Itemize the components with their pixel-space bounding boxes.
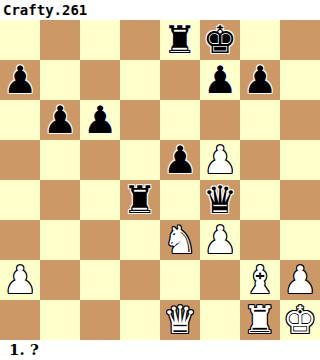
white-rook[interactable]: ♜: [243, 300, 277, 340]
white-pawn[interactable]: ♟: [3, 260, 37, 300]
square-h7[interactable]: [280, 60, 320, 100]
square-f7[interactable]: ♟: [200, 60, 240, 100]
square-c8[interactable]: [80, 20, 120, 60]
square-a5[interactable]: [0, 140, 40, 180]
square-c4[interactable]: [80, 180, 120, 220]
square-h4[interactable]: [280, 180, 320, 220]
square-e5[interactable]: ♟: [160, 140, 200, 180]
black-pawn[interactable]: ♟: [163, 140, 197, 180]
square-a2[interactable]: ♟: [0, 260, 40, 300]
black-pawn[interactable]: ♟: [43, 100, 77, 140]
square-e7[interactable]: [160, 60, 200, 100]
square-f4[interactable]: ♛: [200, 180, 240, 220]
status-bar: 1. ?: [0, 340, 320, 360]
white-knight[interactable]: ♞: [163, 220, 197, 260]
square-g3[interactable]: [240, 220, 280, 260]
square-d4[interactable]: ♜: [120, 180, 160, 220]
square-c5[interactable]: [80, 140, 120, 180]
square-d5[interactable]: [120, 140, 160, 180]
white-queen[interactable]: ♛: [163, 300, 197, 340]
square-b7[interactable]: [40, 60, 80, 100]
black-queen[interactable]: ♛: [203, 180, 237, 220]
square-b1[interactable]: [40, 300, 80, 340]
move-prompt: 1. ?: [0, 341, 39, 359]
square-d3[interactable]: [120, 220, 160, 260]
square-d2[interactable]: [120, 260, 160, 300]
square-g2[interactable]: ♝: [240, 260, 280, 300]
window-title: Crafty.261: [0, 2, 87, 18]
square-h2[interactable]: ♟: [280, 260, 320, 300]
square-f8[interactable]: ♚: [200, 20, 240, 60]
square-e2[interactable]: [160, 260, 200, 300]
square-b5[interactable]: [40, 140, 80, 180]
square-g8[interactable]: [240, 20, 280, 60]
square-a6[interactable]: [0, 100, 40, 140]
title-bar: Crafty.261: [0, 0, 320, 20]
square-f1[interactable]: [200, 300, 240, 340]
square-f6[interactable]: [200, 100, 240, 140]
white-bishop[interactable]: ♝: [243, 260, 277, 300]
square-a8[interactable]: [0, 20, 40, 60]
white-pawn[interactable]: ♟: [203, 140, 237, 180]
square-b8[interactable]: [40, 20, 80, 60]
square-e6[interactable]: [160, 100, 200, 140]
square-d7[interactable]: [120, 60, 160, 100]
square-a4[interactable]: [0, 180, 40, 220]
square-h3[interactable]: [280, 220, 320, 260]
white-pawn[interactable]: ♟: [283, 260, 317, 300]
square-a1[interactable]: [0, 300, 40, 340]
black-rook[interactable]: ♜: [163, 20, 197, 60]
square-g6[interactable]: [240, 100, 280, 140]
square-f5[interactable]: ♟: [200, 140, 240, 180]
square-f3[interactable]: ♟: [200, 220, 240, 260]
square-b6[interactable]: ♟: [40, 100, 80, 140]
square-d1[interactable]: [120, 300, 160, 340]
square-e8[interactable]: ♜: [160, 20, 200, 60]
square-h8[interactable]: [280, 20, 320, 60]
square-c3[interactable]: [80, 220, 120, 260]
black-rook[interactable]: ♜: [123, 180, 157, 220]
square-h6[interactable]: [280, 100, 320, 140]
chess-board: ♜♚♟♟♟♟♟♟♟♜♛♞♟♟♝♟♛♜♚: [0, 20, 320, 340]
black-king[interactable]: ♚: [203, 20, 237, 60]
square-b3[interactable]: [40, 220, 80, 260]
square-f2[interactable]: [200, 260, 240, 300]
square-g1[interactable]: ♜: [240, 300, 280, 340]
square-g4[interactable]: [240, 180, 280, 220]
black-pawn[interactable]: ♟: [3, 60, 37, 100]
square-c2[interactable]: [80, 260, 120, 300]
square-e4[interactable]: [160, 180, 200, 220]
square-c6[interactable]: ♟: [80, 100, 120, 140]
square-e1[interactable]: ♛: [160, 300, 200, 340]
black-pawn[interactable]: ♟: [83, 100, 117, 140]
black-pawn[interactable]: ♟: [203, 60, 237, 100]
square-g5[interactable]: [240, 140, 280, 180]
white-pawn[interactable]: ♟: [203, 220, 237, 260]
square-c1[interactable]: [80, 300, 120, 340]
square-c7[interactable]: [80, 60, 120, 100]
square-b4[interactable]: [40, 180, 80, 220]
white-king[interactable]: ♚: [283, 300, 317, 340]
square-h5[interactable]: [280, 140, 320, 180]
square-a3[interactable]: [0, 220, 40, 260]
square-d8[interactable]: [120, 20, 160, 60]
black-pawn[interactable]: ♟: [243, 60, 277, 100]
square-e3[interactable]: ♞: [160, 220, 200, 260]
square-a7[interactable]: ♟: [0, 60, 40, 100]
square-h1[interactable]: ♚: [280, 300, 320, 340]
square-g7[interactable]: ♟: [240, 60, 280, 100]
square-b2[interactable]: [40, 260, 80, 300]
square-d6[interactable]: [120, 100, 160, 140]
